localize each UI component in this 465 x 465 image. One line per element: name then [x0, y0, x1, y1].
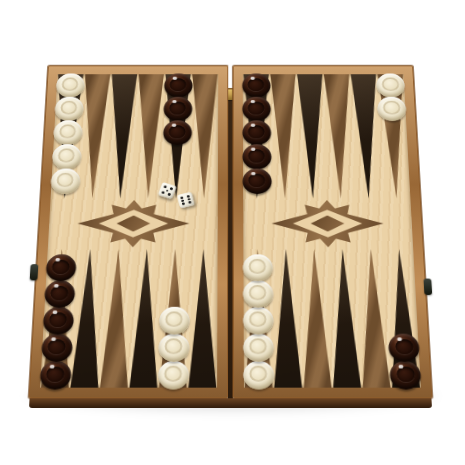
checker-stack-point-6 — [243, 254, 274, 388]
die-2-showing-6[interactable] — [177, 192, 195, 209]
die-pip — [170, 187, 173, 190]
checker-ivory[interactable] — [243, 306, 273, 334]
quadrant-bottom-left — [40, 249, 217, 388]
checker-brown[interactable] — [45, 254, 76, 281]
point-24[interactable] — [377, 74, 411, 198]
latch-left — [30, 264, 39, 280]
checker-stack-point-1 — [388, 334, 421, 389]
point-15[interactable] — [106, 74, 138, 198]
checker-brown[interactable] — [163, 96, 192, 120]
point-21-triangle — [296, 74, 326, 198]
checker-brown[interactable] — [44, 280, 75, 307]
diamond-inlay — [271, 200, 384, 247]
checker-brown[interactable] — [39, 360, 71, 389]
backgammon-board — [28, 66, 433, 408]
checker-brown[interactable] — [242, 96, 271, 120]
point-18[interactable] — [190, 74, 218, 198]
checker-ivory[interactable] — [52, 144, 82, 169]
point-20-triangle — [270, 74, 299, 198]
point-18-triangle — [190, 74, 218, 198]
checker-ivory[interactable] — [158, 333, 189, 361]
checker-stack-point-12 — [39, 254, 76, 388]
checker-brown[interactable] — [242, 144, 271, 169]
point-15-triangle — [106, 74, 138, 198]
point-9[interactable] — [129, 249, 161, 388]
point-21[interactable] — [296, 74, 326, 198]
checker-brown[interactable] — [389, 360, 421, 389]
point-4-triangle — [300, 249, 332, 388]
checker-brown[interactable] — [42, 306, 74, 334]
checker-brown[interactable] — [242, 120, 271, 145]
checker-stack-point-8 — [157, 307, 189, 389]
checker-brown[interactable] — [41, 333, 73, 361]
point-4[interactable] — [300, 249, 332, 388]
die-pip — [185, 202, 188, 205]
checker-brown[interactable] — [388, 333, 420, 361]
checker-stack-point-19 — [242, 73, 272, 193]
point-10[interactable] — [99, 249, 133, 388]
checker-ivory[interactable] — [54, 96, 84, 120]
point-10-triangle — [99, 249, 133, 388]
playing-field-left — [40, 74, 218, 387]
diamond-inlay — [76, 200, 189, 247]
point-5-triangle — [272, 249, 303, 388]
checker-ivory[interactable] — [243, 280, 273, 307]
point-8[interactable] — [158, 249, 189, 388]
checker-ivory[interactable] — [243, 254, 273, 281]
point-7[interactable] — [188, 249, 218, 388]
checker-ivory[interactable] — [56, 73, 85, 97]
die-pip — [184, 196, 187, 199]
checker-brown[interactable] — [242, 168, 271, 194]
board-half-right — [233, 66, 433, 399]
playing-field-right — [243, 74, 421, 387]
box-front-edge — [29, 398, 432, 408]
point-7-triangle — [188, 249, 218, 388]
quadrant-top-left — [51, 74, 219, 198]
checker-ivory[interactable] — [377, 96, 407, 120]
die-pip — [189, 201, 192, 204]
quadrant-top-right — [243, 74, 411, 198]
latch-right — [424, 279, 433, 295]
checker-brown[interactable] — [242, 73, 270, 97]
checker-stack-point-13 — [50, 73, 85, 193]
checker-ivory[interactable] — [243, 333, 274, 361]
point-17[interactable] — [162, 74, 191, 198]
point-1[interactable] — [385, 249, 421, 388]
checker-ivory[interactable] — [159, 306, 190, 334]
point-12[interactable] — [40, 249, 76, 388]
checker-ivory[interactable] — [243, 360, 274, 389]
point-13[interactable] — [51, 74, 85, 198]
point-16[interactable] — [134, 74, 164, 198]
point-19[interactable] — [243, 74, 271, 198]
point-6[interactable] — [243, 249, 273, 388]
board-half-left — [29, 66, 229, 399]
quadrant-bottom-right — [243, 249, 420, 388]
checker-ivory[interactable] — [53, 120, 83, 145]
checker-brown[interactable] — [164, 73, 193, 97]
checker-ivory[interactable] — [50, 168, 80, 194]
checker-stack-point-24 — [376, 73, 407, 120]
checker-ivory[interactable] — [157, 360, 188, 389]
die-pip — [168, 193, 171, 196]
checker-brown[interactable] — [163, 120, 192, 145]
point-5[interactable] — [272, 249, 303, 388]
die-pip — [182, 203, 185, 206]
product-photo — [0, 0, 465, 465]
point-16-triangle — [134, 74, 164, 198]
point-9-triangle — [129, 249, 161, 388]
checker-stack-point-17 — [163, 73, 193, 144]
point-20[interactable] — [270, 74, 299, 198]
checker-ivory[interactable] — [376, 73, 405, 97]
